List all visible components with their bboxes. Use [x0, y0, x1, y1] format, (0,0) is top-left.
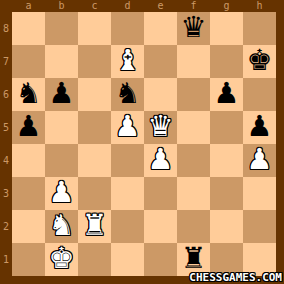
white-king: ♚: [49, 244, 75, 273]
square-e6: [144, 78, 177, 111]
white-pawn: ♟: [247, 145, 273, 174]
square-e8: [144, 12, 177, 45]
square-g6: ♟: [210, 78, 243, 111]
file-label-g: g: [210, 0, 243, 12]
square-e2: [144, 210, 177, 243]
square-a3: [12, 177, 45, 210]
white-bishop: ♝: [115, 46, 141, 75]
file-label-d: d: [111, 0, 144, 12]
square-g3: [210, 177, 243, 210]
square-d6: ♞: [111, 78, 144, 111]
square-b4: [45, 144, 78, 177]
square-h8: [243, 12, 276, 45]
square-d3: [111, 177, 144, 210]
square-f4: [177, 144, 210, 177]
square-g8: [210, 12, 243, 45]
square-b3: ♟: [45, 177, 78, 210]
chess-board: ♛♝♚♞♟♞♟♟♟♛♟♟♟♟♞♜♚♜: [12, 12, 276, 276]
rank-label-3: 3: [0, 177, 12, 210]
square-b2: ♞: [45, 210, 78, 243]
square-c2: ♜: [78, 210, 111, 243]
square-a7: [12, 45, 45, 78]
square-d5: ♟: [111, 111, 144, 144]
black-queen: ♛: [181, 13, 207, 42]
square-d2: [111, 210, 144, 243]
rank-label-1: 1: [0, 243, 12, 276]
rank-label-2: 2: [0, 210, 12, 243]
square-g2: [210, 210, 243, 243]
square-f3: [177, 177, 210, 210]
square-f7: [177, 45, 210, 78]
square-b6: ♟: [45, 78, 78, 111]
square-h5: ♟: [243, 111, 276, 144]
square-b1: ♚: [45, 243, 78, 276]
black-pawn: ♟: [16, 112, 42, 141]
square-f2: [177, 210, 210, 243]
square-a6: ♞: [12, 78, 45, 111]
file-label-a: a: [12, 0, 45, 12]
black-king: ♚: [247, 46, 273, 75]
rank-label-4: 4: [0, 144, 12, 177]
rank-label-8: 8: [0, 12, 12, 45]
white-pawn: ♟: [115, 112, 141, 141]
square-d7: ♝: [111, 45, 144, 78]
file-labels: abcdefgh: [12, 0, 276, 12]
square-e3: [144, 177, 177, 210]
square-c5: [78, 111, 111, 144]
square-e7: [144, 45, 177, 78]
square-g7: [210, 45, 243, 78]
square-a8: [12, 12, 45, 45]
square-d1: [111, 243, 144, 276]
file-label-c: c: [78, 0, 111, 12]
square-d8: [111, 12, 144, 45]
square-e5: ♛: [144, 111, 177, 144]
black-pawn: ♟: [49, 79, 75, 108]
square-h2: [243, 210, 276, 243]
chess-diagram: abcdefgh 87654321 ♛♝♚♞♟♞♟♟♟♛♟♟♟♟♞♜♚♜ CHE…: [0, 0, 284, 284]
square-h7: ♚: [243, 45, 276, 78]
square-c4: [78, 144, 111, 177]
white-rook: ♜: [82, 211, 108, 240]
black-knight: ♞: [16, 79, 42, 108]
square-h3: [243, 177, 276, 210]
square-c3: [78, 177, 111, 210]
square-h6: [243, 78, 276, 111]
square-b7: [45, 45, 78, 78]
black-pawn: ♟: [214, 79, 240, 108]
file-label-e: e: [144, 0, 177, 12]
square-c8: [78, 12, 111, 45]
square-a5: ♟: [12, 111, 45, 144]
square-f8: ♛: [177, 12, 210, 45]
file-label-h: h: [243, 0, 276, 12]
file-label-b: b: [45, 0, 78, 12]
square-a1: [12, 243, 45, 276]
square-g5: [210, 111, 243, 144]
black-knight: ♞: [115, 79, 141, 108]
square-c7: [78, 45, 111, 78]
rank-label-6: 6: [0, 78, 12, 111]
square-d4: [111, 144, 144, 177]
square-b5: [45, 111, 78, 144]
square-c1: [78, 243, 111, 276]
square-a4: [12, 144, 45, 177]
black-pawn: ♟: [247, 112, 273, 141]
rank-label-5: 5: [0, 111, 12, 144]
square-a2: [12, 210, 45, 243]
white-pawn: ♟: [49, 178, 75, 207]
square-c6: [78, 78, 111, 111]
white-knight: ♞: [49, 211, 75, 240]
square-g4: [210, 144, 243, 177]
square-f6: [177, 78, 210, 111]
watermark-text: CHESSGAMES.COM: [189, 271, 282, 284]
rank-label-7: 7: [0, 45, 12, 78]
white-pawn: ♟: [148, 145, 174, 174]
white-queen: ♛: [148, 112, 174, 141]
square-e1: [144, 243, 177, 276]
square-b8: [45, 12, 78, 45]
square-f5: [177, 111, 210, 144]
square-e4: ♟: [144, 144, 177, 177]
black-rook: ♜: [181, 244, 207, 273]
rank-labels: 87654321: [0, 12, 12, 276]
square-h4: ♟: [243, 144, 276, 177]
